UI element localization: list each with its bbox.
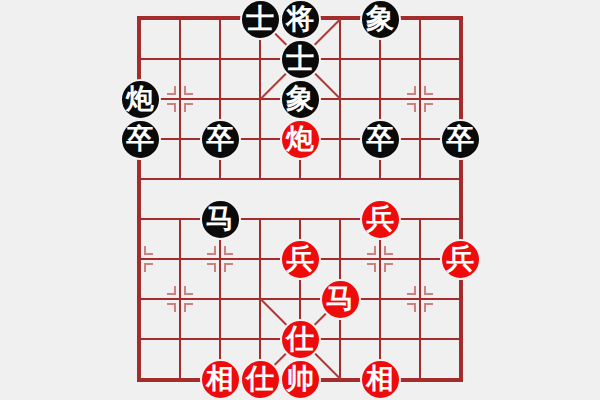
piece-red-advisor-e1[interactable]: 仕	[280, 319, 321, 360]
point-marker	[367, 263, 376, 272]
piece-red-elephant-c0[interactable]: 相	[200, 359, 241, 400]
piece-red-cannon-e6[interactable]: 炮	[280, 119, 321, 160]
point-marker	[424, 103, 433, 112]
xiangqi-board: 士将象士炮象卒卒卒卒马炮兵兵兵马仕相仕帅相	[0, 0, 600, 400]
point-marker	[224, 246, 233, 255]
point-marker	[407, 303, 416, 312]
point-marker	[407, 103, 416, 112]
point-marker	[424, 86, 433, 95]
point-marker	[184, 303, 193, 312]
piece-red-horse-f2[interactable]: 马	[320, 279, 361, 320]
app-background: 士将象士炮象卒卒卒卒马炮兵兵兵马仕相仕帅相	[0, 0, 600, 400]
point-marker	[167, 286, 176, 295]
piece-black-soldier-i6[interactable]: 卒	[440, 119, 481, 160]
point-marker	[424, 286, 433, 295]
piece-red-soldier-i3[interactable]: 兵	[440, 239, 481, 280]
point-marker	[407, 86, 416, 95]
point-marker	[207, 263, 216, 272]
point-marker	[384, 263, 393, 272]
point-marker	[367, 246, 376, 255]
point-marker	[184, 86, 193, 95]
piece-black-elephant-e7[interactable]: 象	[280, 79, 321, 120]
point-marker	[384, 246, 393, 255]
point-marker	[144, 263, 153, 272]
piece-black-soldier-c6[interactable]: 卒	[200, 119, 241, 160]
piece-red-soldier-e3[interactable]: 兵	[280, 239, 321, 280]
point-marker	[424, 303, 433, 312]
point-marker	[224, 263, 233, 272]
piece-black-soldier-a6[interactable]: 卒	[120, 119, 161, 160]
piece-red-elephant-g0[interactable]: 相	[360, 359, 401, 400]
point-marker	[167, 103, 176, 112]
piece-black-soldier-g6[interactable]: 卒	[360, 119, 401, 160]
piece-black-advisor-d9[interactable]: 士	[240, 0, 281, 40]
point-marker	[144, 246, 153, 255]
piece-black-cannon-a7[interactable]: 炮	[120, 79, 161, 120]
piece-red-advisor-d0[interactable]: 仕	[240, 359, 281, 400]
piece-black-elephant-g9[interactable]: 象	[360, 0, 401, 40]
point-marker	[207, 246, 216, 255]
piece-black-advisor-e8[interactable]: 士	[280, 39, 321, 80]
piece-red-soldier-g4[interactable]: 兵	[360, 199, 401, 240]
point-marker	[167, 86, 176, 95]
piece-black-general-e9[interactable]: 将	[280, 0, 321, 40]
point-marker	[167, 303, 176, 312]
piece-black-horse-c4[interactable]: 马	[200, 199, 241, 240]
piece-red-general-e0[interactable]: 帅	[280, 359, 321, 400]
point-marker	[407, 286, 416, 295]
point-marker	[184, 286, 193, 295]
point-marker	[184, 103, 193, 112]
